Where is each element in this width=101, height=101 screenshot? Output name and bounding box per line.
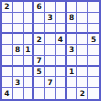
sudoku-cell-empty[interactable]: [2, 34, 13, 45]
sudoku-cell-given[interactable]: 5: [34, 67, 45, 78]
sudoku-cell-empty[interactable]: [24, 13, 35, 24]
sudoku-cell-empty[interactable]: [24, 88, 35, 99]
sudoku-cell-empty[interactable]: [34, 45, 45, 56]
sudoku-cell-empty[interactable]: [24, 24, 35, 35]
sudoku-cell-empty[interactable]: [13, 24, 24, 35]
sudoku-cell-empty[interactable]: [56, 77, 67, 88]
sudoku-cell-empty[interactable]: [56, 67, 67, 78]
sudoku-cell-empty[interactable]: [34, 88, 45, 99]
sudoku-cell-given[interactable]: 1: [24, 45, 35, 56]
sudoku-cell-empty[interactable]: [77, 2, 88, 13]
sudoku-cell-empty[interactable]: [77, 45, 88, 56]
sudoku-cell-empty[interactable]: [34, 13, 45, 24]
sudoku-cell-empty[interactable]: [13, 2, 24, 13]
sudoku-cell-empty[interactable]: [13, 56, 24, 67]
sudoku-cell-given[interactable]: 7: [34, 56, 45, 67]
sudoku-cell-given[interactable]: 3: [13, 77, 24, 88]
sudoku-cell-empty[interactable]: [45, 88, 56, 99]
sudoku-cell-empty[interactable]: [77, 67, 88, 78]
sudoku-cell-empty[interactable]: [67, 88, 78, 99]
sudoku-cell-empty[interactable]: [67, 77, 78, 88]
sudoku-cell-empty[interactable]: [24, 2, 35, 13]
sudoku-cell-empty[interactable]: [88, 45, 99, 56]
sudoku-cell-empty[interactable]: [2, 56, 13, 67]
sudoku-cell-empty[interactable]: [2, 67, 13, 78]
sudoku-cell-empty[interactable]: [34, 24, 45, 35]
sudoku-cell-empty[interactable]: [45, 2, 56, 13]
sudoku-cell-given[interactable]: 4: [56, 34, 67, 45]
sudoku-cell-empty[interactable]: [67, 2, 78, 13]
sudoku-cell-empty[interactable]: [88, 13, 99, 24]
sudoku-cell-empty[interactable]: [88, 67, 99, 78]
sudoku-cell-empty[interactable]: [88, 88, 99, 99]
sudoku-cell-empty[interactable]: [45, 45, 56, 56]
sudoku-cell-given[interactable]: 8: [67, 13, 78, 24]
sudoku-cell-empty[interactable]: [13, 88, 24, 99]
sudoku-cell-given[interactable]: 8: [13, 45, 24, 56]
sudoku-cell-given[interactable]: 7: [45, 77, 56, 88]
sudoku-cell-given[interactable]: 2: [2, 2, 13, 13]
sudoku-cell-empty[interactable]: [2, 77, 13, 88]
sudoku-board: 26382458137513742: [0, 0, 101, 101]
sudoku-cell-empty[interactable]: [88, 56, 99, 67]
sudoku-cell-empty[interactable]: [2, 13, 13, 24]
sudoku-cell-given[interactable]: 3: [45, 13, 56, 24]
sudoku-cell-empty[interactable]: [24, 56, 35, 67]
sudoku-cell-empty[interactable]: [24, 77, 35, 88]
sudoku-cell-empty[interactable]: [88, 24, 99, 35]
sudoku-cell-empty[interactable]: [45, 34, 56, 45]
sudoku-cell-given[interactable]: 3: [67, 45, 78, 56]
sudoku-cell-empty[interactable]: [77, 56, 88, 67]
sudoku-cell-empty[interactable]: [13, 13, 24, 24]
sudoku-cell-empty[interactable]: [67, 56, 78, 67]
sudoku-cell-empty[interactable]: [77, 13, 88, 24]
sudoku-cell-empty[interactable]: [45, 56, 56, 67]
sudoku-cell-empty[interactable]: [45, 24, 56, 35]
sudoku-cell-empty[interactable]: [88, 77, 99, 88]
sudoku-cell-empty[interactable]: [24, 34, 35, 45]
sudoku-cell-empty[interactable]: [77, 24, 88, 35]
sudoku-cell-empty[interactable]: [88, 2, 99, 13]
sudoku-cell-empty[interactable]: [24, 67, 35, 78]
sudoku-cell-empty[interactable]: [67, 24, 78, 35]
sudoku-cell-given[interactable]: 2: [77, 88, 88, 99]
sudoku-cell-empty[interactable]: [56, 45, 67, 56]
sudoku-cell-empty[interactable]: [77, 77, 88, 88]
sudoku-cell-empty[interactable]: [34, 77, 45, 88]
sudoku-cell-given[interactable]: 2: [34, 34, 45, 45]
sudoku-cell-empty[interactable]: [2, 45, 13, 56]
sudoku-cell-empty[interactable]: [13, 67, 24, 78]
sudoku-cell-empty[interactable]: [56, 13, 67, 24]
sudoku-cell-empty[interactable]: [13, 34, 24, 45]
sudoku-cell-empty[interactable]: [2, 24, 13, 35]
sudoku-cell-empty[interactable]: [56, 88, 67, 99]
sudoku-cell-given[interactable]: 1: [67, 67, 78, 78]
sudoku-cell-empty[interactable]: [56, 24, 67, 35]
sudoku-cell-given[interactable]: 6: [34, 2, 45, 13]
sudoku-cell-empty[interactable]: [56, 56, 67, 67]
sudoku-cell-given[interactable]: 4: [2, 88, 13, 99]
sudoku-cell-given[interactable]: 5: [88, 34, 99, 45]
sudoku-cell-empty[interactable]: [67, 34, 78, 45]
sudoku-cell-empty[interactable]: [77, 34, 88, 45]
sudoku-cell-empty[interactable]: [45, 67, 56, 78]
sudoku-cell-empty[interactable]: [56, 2, 67, 13]
